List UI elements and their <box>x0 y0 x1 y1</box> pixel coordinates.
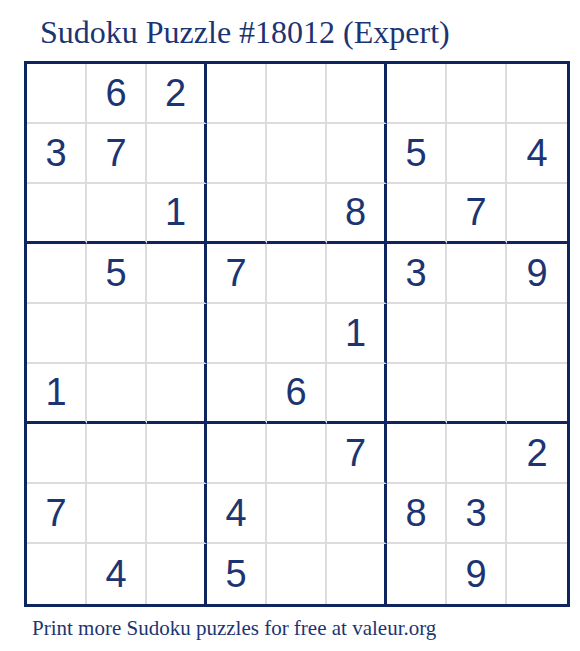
sudoku-cell-r4c9: 9 <box>507 244 567 304</box>
sudoku-cell-r7c6: 7 <box>327 424 387 484</box>
sudoku-cell-r2c9: 4 <box>507 124 567 184</box>
sudoku-cell-r1c1 <box>27 64 87 124</box>
sudoku-cell-r1c3: 2 <box>147 64 207 124</box>
sudoku-cell-r9c4: 5 <box>207 544 267 604</box>
sudoku-cell-r3c3: 1 <box>147 184 207 244</box>
sudoku-cell-r8c1: 7 <box>27 484 87 544</box>
sudoku-cell-r1c6 <box>327 64 387 124</box>
sudoku-cell-r5c2 <box>87 304 147 364</box>
sudoku-cell-r3c1 <box>27 184 87 244</box>
sudoku-cell-r2c5 <box>267 124 327 184</box>
sudoku-cell-r1c9 <box>507 64 567 124</box>
sudoku-cell-r2c1: 3 <box>27 124 87 184</box>
sudoku-cell-r8c7: 8 <box>387 484 447 544</box>
sudoku-cell-r9c1 <box>27 544 87 604</box>
sudoku-cell-r5c8 <box>447 304 507 364</box>
sudoku-cell-r6c3 <box>147 364 207 424</box>
sudoku-cell-r2c7: 5 <box>387 124 447 184</box>
sudoku-cell-r3c5 <box>267 184 327 244</box>
sudoku-cell-r5c1 <box>27 304 87 364</box>
sudoku-cell-r6c1: 1 <box>27 364 87 424</box>
sudoku-cell-r1c2: 6 <box>87 64 147 124</box>
sudoku-cell-r8c5 <box>267 484 327 544</box>
sudoku-cell-r6c8 <box>447 364 507 424</box>
sudoku-grid: 6237541875739116727483459 <box>24 61 570 607</box>
sudoku-cell-r3c6: 8 <box>327 184 387 244</box>
sudoku-cell-r6c6 <box>327 364 387 424</box>
sudoku-cell-r3c9 <box>507 184 567 244</box>
sudoku-cell-r4c6 <box>327 244 387 304</box>
sudoku-cell-r6c2 <box>87 364 147 424</box>
sudoku-cell-r7c8 <box>447 424 507 484</box>
sudoku-cell-r4c8 <box>447 244 507 304</box>
page-title: Sudoku Puzzle #18012 (Expert) <box>40 14 450 51</box>
sudoku-cell-r8c4: 4 <box>207 484 267 544</box>
sudoku-cell-r5c9 <box>507 304 567 364</box>
sudoku-cell-r3c8: 7 <box>447 184 507 244</box>
sudoku-cell-r8c9 <box>507 484 567 544</box>
sudoku-cell-r2c8 <box>447 124 507 184</box>
sudoku-cell-r8c8: 3 <box>447 484 507 544</box>
sudoku-cell-r7c2 <box>87 424 147 484</box>
sudoku-cell-r7c3 <box>147 424 207 484</box>
sudoku-cell-r4c3 <box>147 244 207 304</box>
sudoku-cell-r7c1 <box>27 424 87 484</box>
sudoku-cell-r9c6 <box>327 544 387 604</box>
sudoku-cell-r3c2 <box>87 184 147 244</box>
sudoku-cell-r4c4: 7 <box>207 244 267 304</box>
sudoku-cell-r7c7 <box>387 424 447 484</box>
sudoku-cell-r9c3 <box>147 544 207 604</box>
sudoku-cell-r1c4 <box>207 64 267 124</box>
sudoku-cell-r5c3 <box>147 304 207 364</box>
sudoku-cell-r9c2: 4 <box>87 544 147 604</box>
sudoku-cell-r3c4 <box>207 184 267 244</box>
sudoku-cell-r7c4 <box>207 424 267 484</box>
sudoku-cell-r9c9 <box>507 544 567 604</box>
sudoku-cell-r7c5 <box>267 424 327 484</box>
sudoku-cell-r9c5 <box>267 544 327 604</box>
sudoku-cell-r8c3 <box>147 484 207 544</box>
sudoku-cell-r6c5: 6 <box>267 364 327 424</box>
sudoku-cell-r8c6 <box>327 484 387 544</box>
sudoku-cell-r5c5 <box>267 304 327 364</box>
sudoku-cell-r9c7 <box>387 544 447 604</box>
sudoku-cell-r6c7 <box>387 364 447 424</box>
footer-text: Print more Sudoku puzzles for free at va… <box>32 616 436 641</box>
sudoku-cell-r4c7: 3 <box>387 244 447 304</box>
sudoku-cell-r8c2 <box>87 484 147 544</box>
sudoku-cell-r5c6: 1 <box>327 304 387 364</box>
sudoku-cell-r6c9 <box>507 364 567 424</box>
sudoku-cell-r4c2: 5 <box>87 244 147 304</box>
sudoku-cell-r3c7 <box>387 184 447 244</box>
sudoku-cell-r5c4 <box>207 304 267 364</box>
sudoku-cell-r5c7 <box>387 304 447 364</box>
sudoku-cell-r7c9: 2 <box>507 424 567 484</box>
sudoku-cell-r2c2: 7 <box>87 124 147 184</box>
sudoku-cell-r2c3 <box>147 124 207 184</box>
sudoku-cell-r9c8: 9 <box>447 544 507 604</box>
sudoku-cell-r1c8 <box>447 64 507 124</box>
sudoku-cell-r1c5 <box>267 64 327 124</box>
sudoku-cell-r4c1 <box>27 244 87 304</box>
sudoku-cell-r6c4 <box>207 364 267 424</box>
sudoku-cell-r2c4 <box>207 124 267 184</box>
sudoku-cell-r2c6 <box>327 124 387 184</box>
sudoku-cell-r1c7 <box>387 64 447 124</box>
sudoku-cell-r4c5 <box>267 244 327 304</box>
